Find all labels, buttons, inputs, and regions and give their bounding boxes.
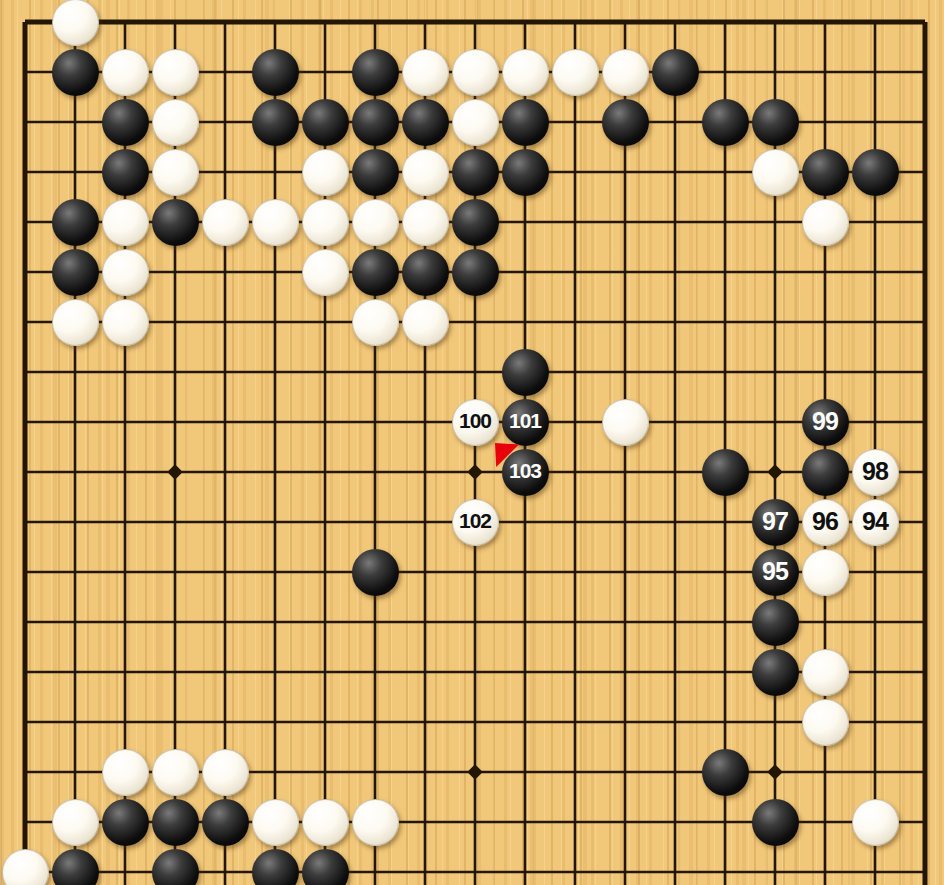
stone-black [52,199,99,246]
stone-black [352,549,399,596]
stone-black [202,799,249,846]
stone-white-move-96: 96 [802,499,849,546]
stone-white [152,99,199,146]
stone-white [802,549,849,596]
stone-black [752,799,799,846]
stone-black [152,199,199,246]
stone-white [52,0,99,46]
star-point [167,464,183,480]
stone-white [802,649,849,696]
stone-white [502,49,549,96]
stone-white [152,49,199,96]
stone-white-move-94: 94 [852,499,899,546]
stone-white [352,199,399,246]
move-number-label: 95 [762,557,788,586]
move-number-label: 103 [509,459,541,483]
move-number-label: 98 [862,457,888,486]
stone-black [102,99,149,146]
stone-white [352,299,399,346]
stone-black [302,99,349,146]
stone-white [52,299,99,346]
stone-black [502,349,549,396]
star-point [467,764,483,780]
stone-white [102,199,149,246]
stone-white [102,299,149,346]
stone-black [102,799,149,846]
stone-black [852,149,899,196]
go-board[interactable]: 100101991039810297969495 [0,0,944,885]
stone-white [102,749,149,796]
stone-black [802,149,849,196]
stone-black [402,249,449,296]
stone-black [752,99,799,146]
stone-black [452,199,499,246]
stone-white-move-98: 98 [852,449,899,496]
stone-black [702,449,749,496]
stone-black [752,599,799,646]
stone-black [152,799,199,846]
stone-white [552,49,599,96]
stone-black [352,99,399,146]
stone-black [402,99,449,146]
stone-black [802,449,849,496]
stone-black [452,149,499,196]
stone-black [102,149,149,196]
stone-white [402,149,449,196]
stone-white [302,249,349,296]
move-number-label: 97 [762,507,788,536]
stone-white [152,749,199,796]
move-number-label: 96 [812,507,838,536]
stone-white [152,149,199,196]
stone-white [52,799,99,846]
stone-black [52,249,99,296]
star-point [467,464,483,480]
star-point [767,464,783,480]
stone-white [102,249,149,296]
stone-black [252,99,299,146]
stone-white [402,199,449,246]
stone-white [602,399,649,446]
stone-black-move-95: 95 [752,549,799,596]
stone-black-move-103: 103 [502,449,549,496]
stone-black-move-101: 101 [502,399,549,446]
stone-white [402,49,449,96]
stone-white [252,199,299,246]
stone-black [352,149,399,196]
stone-black-move-97: 97 [752,499,799,546]
stone-white [302,199,349,246]
star-point [767,764,783,780]
go-board-diagram: 100101991039810297969495 [0,0,944,885]
stone-black [502,99,549,146]
stone-black [652,49,699,96]
stone-white [102,49,149,96]
stone-black [702,99,749,146]
stone-white [202,199,249,246]
move-number-label: 101 [509,409,541,433]
stone-black [502,149,549,196]
stone-white-move-100: 100 [452,399,499,446]
stone-black [52,49,99,96]
stone-white [802,199,849,246]
stone-black [252,49,299,96]
stone-black-move-99: 99 [802,399,849,446]
stone-white [752,149,799,196]
stone-black [702,749,749,796]
stone-black [752,649,799,696]
stone-white-move-102: 102 [452,499,499,546]
stone-white [452,99,499,146]
stone-white [452,49,499,96]
stone-black [452,249,499,296]
stone-black [602,99,649,146]
stone-white [402,299,449,346]
stone-white [302,799,349,846]
move-number-label: 100 [459,409,491,433]
stone-white [852,799,899,846]
stone-white [602,49,649,96]
stone-white [352,799,399,846]
stone-white [202,749,249,796]
move-number-label: 99 [812,407,838,436]
move-number-label: 94 [862,507,888,536]
stone-white [802,699,849,746]
stone-white [252,799,299,846]
stone-black [352,49,399,96]
stone-white [302,149,349,196]
stone-black [352,249,399,296]
move-number-label: 102 [459,509,491,533]
